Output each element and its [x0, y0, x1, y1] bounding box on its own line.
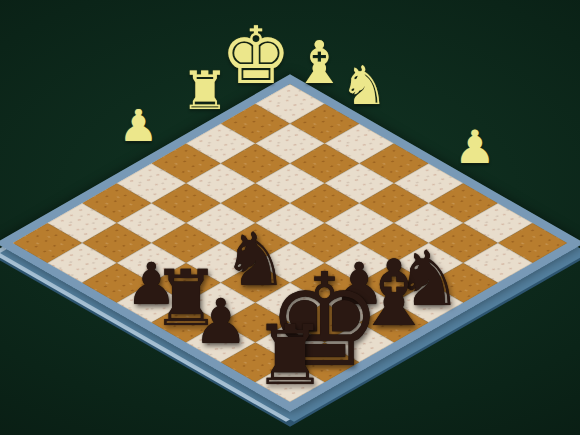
offboard-piece-cream-rook: ♜ [181, 63, 229, 116]
chess-board [0, 74, 580, 412]
offboard-piece-cream-pawn: ♟ [454, 125, 495, 171]
chess-photo-scene: ♜♚♝♞♟♞♜♟♟♟♜♚♝♞♟ [0, 0, 580, 435]
board-squares [13, 84, 567, 402]
offboard-piece-cream-pawn: ♟ [119, 104, 158, 148]
offboard-piece-cream-knight: ♞ [340, 59, 388, 112]
